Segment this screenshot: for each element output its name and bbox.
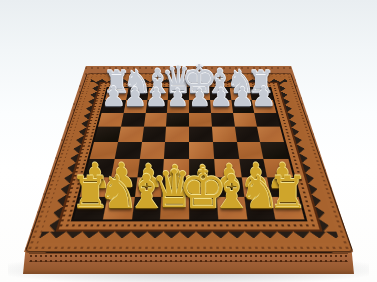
chess-board: [24, 73, 353, 252]
square-a4: [89, 142, 117, 159]
square-d6: [166, 113, 189, 127]
square-a8: [105, 88, 128, 100]
square-h1: [271, 197, 304, 219]
square-d7: [167, 100, 189, 113]
square-g2: [241, 177, 271, 197]
square-g1: [243, 197, 275, 219]
square-e1: [189, 197, 218, 219]
square-e5: [189, 127, 213, 142]
square-b7: [123, 100, 147, 113]
square-c3: [136, 159, 163, 177]
square-e8: [189, 88, 210, 100]
square-f5: [211, 127, 236, 142]
square-f2: [215, 177, 244, 197]
square-d8: [168, 88, 189, 100]
square-c8: [147, 88, 169, 100]
square-h2: [267, 177, 298, 197]
square-b1: [102, 197, 134, 219]
square-c1: [131, 197, 161, 219]
square-f8: [209, 88, 231, 100]
square-a6: [98, 113, 124, 127]
square-h7: [251, 100, 275, 113]
square-e2: [189, 177, 216, 197]
square-a2: [79, 177, 110, 197]
square-b2: [106, 177, 136, 197]
board-scene: [0, 0, 377, 282]
square-b5: [117, 127, 143, 142]
square-g6: [232, 113, 257, 127]
square-a5: [94, 127, 121, 142]
square-c6: [143, 113, 167, 127]
square-d2: [161, 177, 188, 197]
square-b8: [126, 88, 149, 100]
square-c7: [145, 100, 168, 113]
square-f1: [216, 197, 246, 219]
square-h6: [254, 113, 280, 127]
square-d3: [162, 159, 188, 177]
square-a7: [101, 100, 125, 113]
square-b3: [110, 159, 138, 177]
square-b6: [120, 113, 145, 127]
square-g3: [238, 159, 266, 177]
board-edge-trim: [24, 73, 353, 252]
square-a1: [73, 197, 106, 219]
square-a3: [84, 159, 114, 177]
square-f3: [213, 159, 240, 177]
square-d1: [160, 197, 189, 219]
board-inner-line: [70, 87, 307, 222]
square-h4: [260, 142, 288, 159]
square-c5: [141, 127, 166, 142]
square-f4: [212, 142, 238, 159]
square-e6: [189, 113, 212, 127]
square-e7: [189, 100, 211, 113]
square-b4: [114, 142, 141, 159]
square-e4: [189, 142, 214, 159]
board-grid: [73, 88, 304, 220]
photo-stage: ♜♞♝♛♚♝♞♜♟♟♟♟♟♟♟♟♟♟♟♟♟♟♟♟♜♞♝♛♚♝♞♜: [0, 0, 377, 282]
tooled-frieze-border: [55, 82, 322, 231]
square-g7: [230, 100, 254, 113]
sawtooth-south: [37, 232, 339, 244]
square-h3: [263, 159, 293, 177]
sawtooth-border: [37, 77, 339, 243]
square-f6: [210, 113, 234, 127]
square-c2: [134, 177, 163, 197]
square-g5: [234, 127, 260, 142]
square-c4: [139, 142, 165, 159]
square-g4: [236, 142, 263, 159]
square-d5: [165, 127, 189, 142]
square-h5: [257, 127, 284, 142]
square-d4: [164, 142, 189, 159]
square-g8: [229, 88, 252, 100]
square-f7: [209, 100, 232, 113]
square-e3: [189, 159, 215, 177]
square-h8: [249, 88, 272, 100]
